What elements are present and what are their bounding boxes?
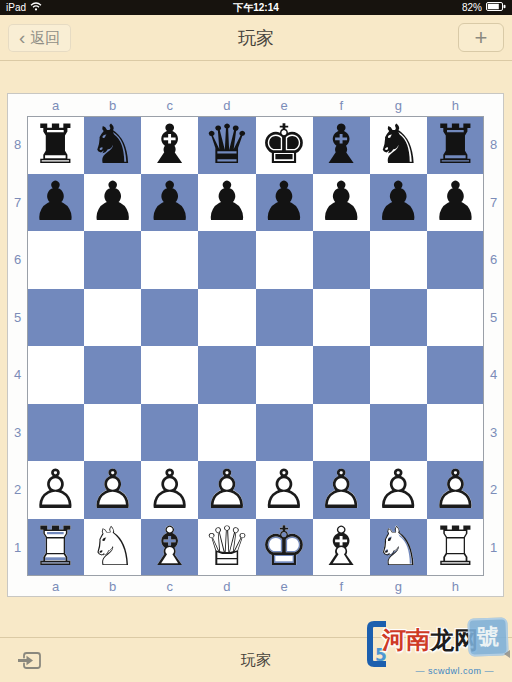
square-g3[interactable]: [370, 404, 427, 462]
white-queen: ♛: [198, 519, 255, 577]
white-knight: ♞: [370, 519, 427, 577]
square-d2[interactable]: ♟♙: [198, 461, 255, 519]
square-a2[interactable]: ♟♙: [27, 461, 84, 519]
rank-label: 1: [484, 519, 503, 577]
black-pawn: ♟: [198, 174, 255, 232]
white-pawn: ♙: [84, 461, 141, 519]
square-a7[interactable]: ♟: [27, 174, 84, 232]
board-corner: [8, 576, 27, 596]
square-f6[interactable]: [313, 231, 370, 289]
square-d5[interactable]: [198, 289, 255, 347]
square-a4[interactable]: [27, 346, 84, 404]
toolbar-title: 玩家: [0, 638, 512, 682]
square-f3[interactable]: [313, 404, 370, 462]
square-d8[interactable]: ♛: [198, 116, 255, 174]
file-label: b: [84, 94, 141, 116]
black-pawn: ♟: [427, 174, 484, 232]
square-c1[interactable]: ♝♗: [141, 519, 198, 577]
square-g7[interactable]: ♟: [370, 174, 427, 232]
rank-label: 8: [484, 116, 503, 174]
square-c7[interactable]: ♟: [141, 174, 198, 232]
white-pawn: ♟: [141, 461, 198, 519]
square-g1[interactable]: ♞♘: [370, 519, 427, 577]
square-f7[interactable]: ♟: [313, 174, 370, 232]
square-c3[interactable]: [141, 404, 198, 462]
chess-board-panel: abcdefgh8♜♞♝♛♚♝♞♜87♟♟♟♟♟♟♟♟7665544332♟♙♟…: [7, 93, 504, 597]
square-a8[interactable]: ♜: [27, 116, 84, 174]
white-pawn: ♟: [256, 461, 313, 519]
square-g6[interactable]: [370, 231, 427, 289]
file-label: d: [198, 576, 255, 596]
file-label: f: [313, 576, 370, 596]
square-h2[interactable]: ♟♙: [427, 461, 484, 519]
square-b5[interactable]: [84, 289, 141, 347]
square-b1[interactable]: ♞♘: [84, 519, 141, 577]
white-king: ♚: [256, 519, 313, 577]
file-label: b: [84, 576, 141, 596]
white-pawn: ♙: [256, 461, 313, 519]
square-c2[interactable]: ♟♙: [141, 461, 198, 519]
black-knight: ♞: [370, 116, 427, 174]
square-h8[interactable]: ♜: [427, 116, 484, 174]
square-f2[interactable]: ♟♙: [313, 461, 370, 519]
black-knight: ♞: [84, 116, 141, 174]
black-bishop: ♝: [313, 116, 370, 174]
file-label: c: [141, 94, 198, 116]
black-queen: ♛: [198, 116, 255, 174]
square-d3[interactable]: [198, 404, 255, 462]
white-pawn: ♟: [313, 461, 370, 519]
square-b4[interactable]: [84, 346, 141, 404]
white-rook: ♜: [27, 519, 84, 577]
file-label: f: [313, 94, 370, 116]
square-e3[interactable]: [256, 404, 313, 462]
square-d7[interactable]: ♟: [198, 174, 255, 232]
white-pawn: ♟: [427, 461, 484, 519]
square-g8[interactable]: ♞: [370, 116, 427, 174]
square-a5[interactable]: [27, 289, 84, 347]
back-button-label: 返回: [30, 25, 60, 51]
square-a6[interactable]: [27, 231, 84, 289]
back-button[interactable]: ‹ 返回: [8, 24, 71, 52]
square-f4[interactable]: [313, 346, 370, 404]
file-label: h: [427, 576, 484, 596]
board-corner: [484, 94, 503, 116]
square-c5[interactable]: [141, 289, 198, 347]
board-corner: [8, 94, 27, 116]
white-pawn: ♟: [84, 461, 141, 519]
black-pawn: ♟: [313, 174, 370, 232]
black-pawn: ♟: [370, 174, 427, 232]
square-a1[interactable]: ♜♖: [27, 519, 84, 577]
rank-label: 4: [484, 346, 503, 404]
white-king: ♔: [256, 519, 313, 577]
square-e1[interactable]: ♚♔: [256, 519, 313, 577]
square-b7[interactable]: ♟: [84, 174, 141, 232]
square-e4[interactable]: [256, 346, 313, 404]
square-h5[interactable]: [427, 289, 484, 347]
rank-label: 1: [8, 519, 27, 577]
file-label: e: [256, 94, 313, 116]
rank-label: 4: [8, 346, 27, 404]
square-e6[interactable]: [256, 231, 313, 289]
page-title: 玩家: [0, 15, 512, 61]
rank-label: 6: [484, 231, 503, 289]
square-e2[interactable]: ♟♙: [256, 461, 313, 519]
square-d1[interactable]: ♛♕: [198, 519, 255, 577]
square-f8[interactable]: ♝: [313, 116, 370, 174]
file-label: a: [27, 94, 84, 116]
white-bishop: ♗: [141, 519, 198, 577]
square-f5[interactable]: [313, 289, 370, 347]
square-f1[interactable]: ♝♗: [313, 519, 370, 577]
black-pawn: ♟: [27, 174, 84, 232]
status-time: 下午12:14: [0, 0, 512, 15]
white-rook: ♖: [427, 519, 484, 577]
white-pawn: ♙: [141, 461, 198, 519]
white-knight: ♘: [84, 519, 141, 577]
white-pawn: ♙: [370, 461, 427, 519]
rank-label: 7: [8, 174, 27, 232]
white-bishop: ♝: [141, 519, 198, 577]
bottom-toolbar: 玩家: [0, 637, 512, 682]
rank-label: 5: [8, 289, 27, 347]
square-g4[interactable]: [370, 346, 427, 404]
status-bar: iPad 下午12:14 82%: [0, 0, 512, 15]
rank-label: 5: [484, 289, 503, 347]
white-rook: ♖: [27, 519, 84, 577]
white-pawn: ♟: [198, 461, 255, 519]
square-h6[interactable]: [427, 231, 484, 289]
white-pawn: ♙: [198, 461, 255, 519]
square-h7[interactable]: ♟: [427, 174, 484, 232]
white-pawn: ♙: [27, 461, 84, 519]
white-bishop: ♗: [313, 519, 370, 577]
white-knight: ♞: [84, 519, 141, 577]
black-rook: ♜: [27, 116, 84, 174]
board-corner: [484, 576, 503, 596]
square-e7[interactable]: ♟: [256, 174, 313, 232]
black-pawn: ♟: [84, 174, 141, 232]
rank-label: 7: [484, 174, 503, 232]
black-king: ♚: [256, 116, 313, 174]
white-bishop: ♝: [313, 519, 370, 577]
white-pawn: ♙: [313, 461, 370, 519]
white-pawn: ♙: [427, 461, 484, 519]
white-knight: ♘: [370, 519, 427, 577]
rank-label: 3: [8, 404, 27, 462]
file-label: g: [370, 94, 427, 116]
black-pawn: ♟: [256, 174, 313, 232]
square-c8[interactable]: ♝: [141, 116, 198, 174]
square-h3[interactable]: [427, 404, 484, 462]
square-c6[interactable]: [141, 231, 198, 289]
square-b8[interactable]: ♞: [84, 116, 141, 174]
square-b2[interactable]: ♟♙: [84, 461, 141, 519]
square-e8[interactable]: ♚: [256, 116, 313, 174]
square-b6[interactable]: [84, 231, 141, 289]
file-label: c: [141, 576, 198, 596]
white-queen: ♕: [198, 519, 255, 577]
black-rook: ♜: [427, 116, 484, 174]
rank-label: 6: [8, 231, 27, 289]
rank-label: 2: [484, 461, 503, 519]
file-label: h: [427, 94, 484, 116]
square-h4[interactable]: [427, 346, 484, 404]
square-c4[interactable]: [141, 346, 198, 404]
square-d6[interactable]: [198, 231, 255, 289]
square-g5[interactable]: [370, 289, 427, 347]
file-label: e: [256, 576, 313, 596]
black-bishop: ♝: [141, 116, 198, 174]
chess-board: abcdefgh8♜♞♝♛♚♝♞♜87♟♟♟♟♟♟♟♟7665544332♟♙♟…: [8, 94, 503, 596]
square-d4[interactable]: [198, 346, 255, 404]
rank-label: 2: [8, 461, 27, 519]
file-label: g: [370, 576, 427, 596]
white-pawn: ♟: [370, 461, 427, 519]
white-pawn: ♟: [27, 461, 84, 519]
square-h1[interactable]: ♜♖: [427, 519, 484, 577]
back-chevron-icon: ‹: [19, 26, 25, 50]
white-rook: ♜: [427, 519, 484, 577]
square-e5[interactable]: [256, 289, 313, 347]
file-label: a: [27, 576, 84, 596]
square-b3[interactable]: [84, 404, 141, 462]
file-label: d: [198, 94, 255, 116]
rank-label: 3: [484, 404, 503, 462]
rank-label: 8: [8, 116, 27, 174]
add-player-button[interactable]: +: [458, 23, 504, 52]
black-pawn: ♟: [141, 174, 198, 232]
square-g2[interactable]: ♟♙: [370, 461, 427, 519]
navigation-bar: 玩家 ‹ 返回 +: [0, 15, 512, 61]
square-a3[interactable]: [27, 404, 84, 462]
